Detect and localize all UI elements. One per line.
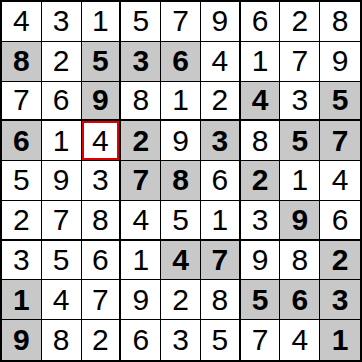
cell-r2c9[interactable]: 9: [320, 42, 360, 82]
cell-r1c2[interactable]: 3: [42, 2, 82, 42]
cell-r6c9[interactable]: 6: [320, 201, 360, 241]
cell-r7c7[interactable]: 9: [241, 241, 281, 281]
cell-r9c9[interactable]: 1: [320, 320, 360, 360]
cell-r9c5[interactable]: 3: [161, 320, 201, 360]
cell-r5c4[interactable]: 7: [121, 161, 161, 201]
cell-r1c1[interactable]: 4: [2, 2, 42, 42]
cell-r8c9[interactable]: 3: [320, 280, 360, 320]
cell-r5c5[interactable]: 8: [161, 161, 201, 201]
cell-r3c1[interactable]: 7: [2, 82, 42, 122]
cell-r4c3[interactable]: 4: [82, 121, 122, 161]
cell-r9c7[interactable]: 7: [241, 320, 281, 360]
cell-r4c6[interactable]: 3: [201, 121, 241, 161]
cell-r9c6[interactable]: 5: [201, 320, 241, 360]
cell-r3c5[interactable]: 1: [161, 82, 201, 122]
cell-r6c2[interactable]: 7: [42, 201, 82, 241]
cell-r2c5[interactable]: 6: [161, 42, 201, 82]
cell-r5c3[interactable]: 3: [82, 161, 122, 201]
cell-r2c4[interactable]: 3: [121, 42, 161, 82]
sudoku-board: 4315796288253641797698124356142938575937…: [0, 0, 362, 362]
cell-r2c2[interactable]: 2: [42, 42, 82, 82]
cell-r4c7[interactable]: 8: [241, 121, 281, 161]
cell-r5c1[interactable]: 5: [2, 161, 42, 201]
cell-r1c3[interactable]: 1: [82, 2, 122, 42]
cell-r8c8[interactable]: 6: [280, 280, 320, 320]
cell-r7c5[interactable]: 4: [161, 241, 201, 281]
cell-r9c2[interactable]: 8: [42, 320, 82, 360]
cell-r1c6[interactable]: 9: [201, 2, 241, 42]
cell-r4c8[interactable]: 5: [280, 121, 320, 161]
cell-r1c5[interactable]: 7: [161, 2, 201, 42]
cell-r8c7[interactable]: 5: [241, 280, 281, 320]
cell-r7c2[interactable]: 5: [42, 241, 82, 281]
cell-r5c8[interactable]: 1: [280, 161, 320, 201]
cell-r4c2[interactable]: 1: [42, 121, 82, 161]
cell-r5c7[interactable]: 2: [241, 161, 281, 201]
cell-r8c6[interactable]: 8: [201, 280, 241, 320]
cell-r2c8[interactable]: 7: [280, 42, 320, 82]
cell-r7c6[interactable]: 7: [201, 241, 241, 281]
cell-r3c2[interactable]: 6: [42, 82, 82, 122]
cell-r3c6[interactable]: 2: [201, 82, 241, 122]
cell-r8c3[interactable]: 7: [82, 280, 122, 320]
cell-r2c1[interactable]: 8: [2, 42, 42, 82]
cell-r7c8[interactable]: 8: [280, 241, 320, 281]
cell-r7c1[interactable]: 3: [2, 241, 42, 281]
cell-r9c1[interactable]: 9: [2, 320, 42, 360]
cell-r8c4[interactable]: 9: [121, 280, 161, 320]
cell-r5c2[interactable]: 9: [42, 161, 82, 201]
cell-r7c3[interactable]: 6: [82, 241, 122, 281]
cell-r2c6[interactable]: 4: [201, 42, 241, 82]
cell-r3c7[interactable]: 4: [241, 82, 281, 122]
cell-r1c4[interactable]: 5: [121, 2, 161, 42]
cell-r2c7[interactable]: 1: [241, 42, 281, 82]
cell-r7c4[interactable]: 1: [121, 241, 161, 281]
cell-r6c6[interactable]: 1: [201, 201, 241, 241]
cell-r1c8[interactable]: 2: [280, 2, 320, 42]
cell-r8c2[interactable]: 4: [42, 280, 82, 320]
cell-r2c3[interactable]: 5: [82, 42, 122, 82]
cell-r5c9[interactable]: 4: [320, 161, 360, 201]
cell-r5c6[interactable]: 6: [201, 161, 241, 201]
cell-r9c3[interactable]: 2: [82, 320, 122, 360]
cell-r1c7[interactable]: 6: [241, 2, 281, 42]
cell-r4c4[interactable]: 2: [121, 121, 161, 161]
cell-r3c8[interactable]: 3: [280, 82, 320, 122]
cell-r3c4[interactable]: 8: [121, 82, 161, 122]
cell-r8c1[interactable]: 1: [2, 280, 42, 320]
cell-r4c5[interactable]: 9: [161, 121, 201, 161]
cell-r8c5[interactable]: 2: [161, 280, 201, 320]
cell-r9c4[interactable]: 6: [121, 320, 161, 360]
cell-r6c8[interactable]: 9: [280, 201, 320, 241]
cell-r4c9[interactable]: 7: [320, 121, 360, 161]
cell-r3c3[interactable]: 9: [82, 82, 122, 122]
cell-r9c8[interactable]: 4: [280, 320, 320, 360]
cell-r7c9[interactable]: 2: [320, 241, 360, 281]
cell-r4c1[interactable]: 6: [2, 121, 42, 161]
cell-r6c3[interactable]: 8: [82, 201, 122, 241]
cell-r6c4[interactable]: 4: [121, 201, 161, 241]
cell-r1c9[interactable]: 8: [320, 2, 360, 42]
cell-r6c5[interactable]: 5: [161, 201, 201, 241]
cell-r6c7[interactable]: 3: [241, 201, 281, 241]
cell-r6c1[interactable]: 2: [2, 201, 42, 241]
cell-r3c9[interactable]: 5: [320, 82, 360, 122]
